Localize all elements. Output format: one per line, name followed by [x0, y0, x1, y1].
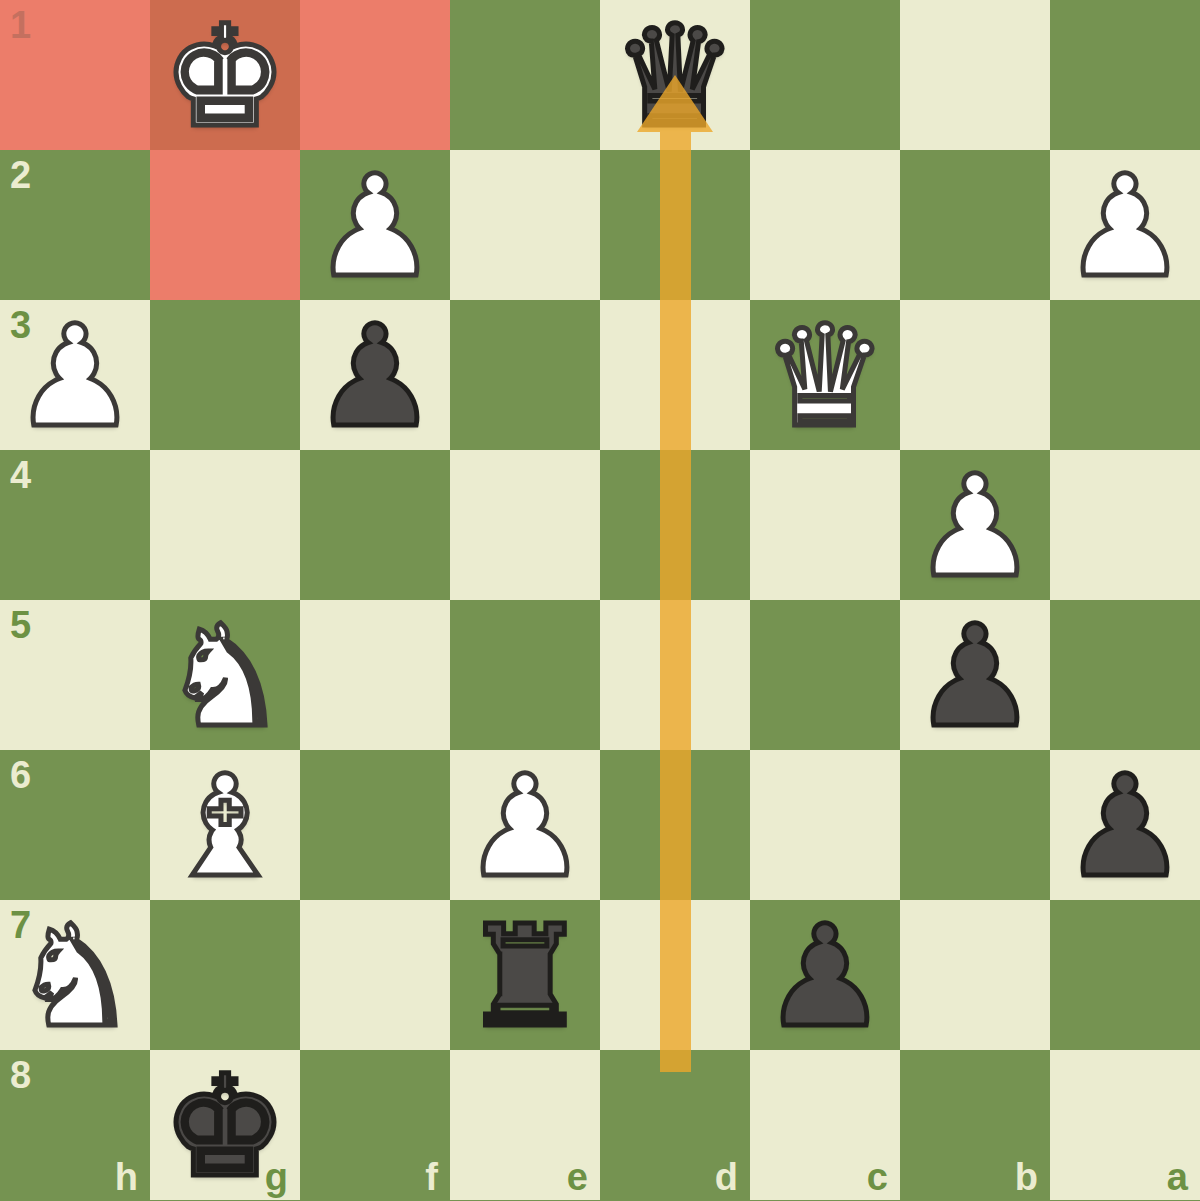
- square-d5[interactable]: [600, 600, 750, 750]
- square-e1[interactable]: [450, 0, 600, 150]
- file-label-a: a: [1167, 1158, 1188, 1196]
- square-b7[interactable]: [900, 900, 1050, 1050]
- white-pawn[interactable]: ♟: [1050, 150, 1200, 300]
- square-c6[interactable]: [750, 750, 900, 900]
- square-f1[interactable]: [300, 0, 450, 150]
- white-pawn[interactable]: ♟: [0, 300, 150, 450]
- square-d8[interactable]: d: [600, 1050, 750, 1200]
- white-queen[interactable]: ♛: [750, 300, 900, 450]
- square-e8[interactable]: e: [450, 1050, 600, 1200]
- white-bishop[interactable]: ♝: [150, 750, 300, 900]
- square-h8[interactable]: 8h: [0, 1050, 150, 1200]
- square-h1[interactable]: 1: [0, 0, 150, 150]
- square-a5[interactable]: [1050, 600, 1200, 750]
- square-a7[interactable]: [1050, 900, 1200, 1050]
- square-f7[interactable]: [300, 900, 450, 1050]
- square-g8[interactable]: g♚: [150, 1050, 300, 1200]
- square-d6[interactable]: [600, 750, 750, 900]
- square-d3[interactable]: [600, 300, 750, 450]
- file-label-h: h: [115, 1158, 138, 1196]
- square-e2[interactable]: [450, 150, 600, 300]
- white-king[interactable]: ♚: [150, 0, 300, 150]
- square-h6[interactable]: 6: [0, 750, 150, 900]
- square-b6[interactable]: [900, 750, 1050, 900]
- square-e6[interactable]: ♟: [450, 750, 600, 900]
- square-b2[interactable]: [900, 150, 1050, 300]
- square-d2[interactable]: [600, 150, 750, 300]
- square-c4[interactable]: [750, 450, 900, 600]
- square-d4[interactable]: [600, 450, 750, 600]
- chess-board: 1♚♛2♟♟3♟♟♛4♟5♞♟6♝♟♟7♞♜♟8hg♚fedcba: [0, 0, 1200, 1200]
- square-b8[interactable]: b: [900, 1050, 1050, 1200]
- square-e7[interactable]: ♜: [450, 900, 600, 1050]
- rank-label-6: 6: [10, 756, 31, 794]
- square-h3[interactable]: 3♟: [0, 300, 150, 450]
- rank-label-5: 5: [10, 606, 31, 644]
- square-a3[interactable]: [1050, 300, 1200, 450]
- file-label-e: e: [567, 1158, 588, 1196]
- square-h7[interactable]: 7♞: [0, 900, 150, 1050]
- white-knight[interactable]: ♞: [150, 600, 300, 750]
- rank-label-1: 1: [10, 6, 31, 44]
- square-g7[interactable]: [150, 900, 300, 1050]
- square-a6[interactable]: ♟: [1050, 750, 1200, 900]
- square-b1[interactable]: [900, 0, 1050, 150]
- black-king[interactable]: ♚: [150, 1050, 300, 1200]
- square-g4[interactable]: [150, 450, 300, 600]
- rank-label-2: 2: [10, 156, 31, 194]
- black-queen[interactable]: ♛: [600, 0, 750, 150]
- square-e3[interactable]: [450, 300, 600, 450]
- square-d7[interactable]: [600, 900, 750, 1050]
- square-f3[interactable]: ♟: [300, 300, 450, 450]
- square-e5[interactable]: [450, 600, 600, 750]
- square-h4[interactable]: 4: [0, 450, 150, 600]
- rank-label-8: 8: [10, 1056, 31, 1094]
- square-g5[interactable]: ♞: [150, 600, 300, 750]
- file-label-c: c: [867, 1158, 888, 1196]
- black-pawn[interactable]: ♟: [1050, 750, 1200, 900]
- square-a4[interactable]: [1050, 450, 1200, 600]
- square-f4[interactable]: [300, 450, 450, 600]
- square-g6[interactable]: ♝: [150, 750, 300, 900]
- white-pawn[interactable]: ♟: [900, 450, 1050, 600]
- square-f2[interactable]: ♟: [300, 150, 450, 300]
- white-knight[interactable]: ♞: [0, 900, 150, 1050]
- square-d1[interactable]: ♛: [600, 0, 750, 150]
- square-a8[interactable]: a: [1050, 1050, 1200, 1200]
- square-c2[interactable]: [750, 150, 900, 300]
- square-e4[interactable]: [450, 450, 600, 600]
- white-pawn[interactable]: ♟: [450, 750, 600, 900]
- square-c3[interactable]: ♛: [750, 300, 900, 450]
- square-f6[interactable]: [300, 750, 450, 900]
- square-b5[interactable]: ♟: [900, 600, 1050, 750]
- square-h5[interactable]: 5: [0, 600, 150, 750]
- file-label-b: b: [1015, 1158, 1038, 1196]
- square-g1[interactable]: ♚: [150, 0, 300, 150]
- square-f5[interactable]: [300, 600, 450, 750]
- white-pawn[interactable]: ♟: [300, 150, 450, 300]
- square-c8[interactable]: c: [750, 1050, 900, 1200]
- square-h2[interactable]: 2: [0, 150, 150, 300]
- square-c7[interactable]: ♟: [750, 900, 900, 1050]
- square-b4[interactable]: ♟: [900, 450, 1050, 600]
- black-pawn[interactable]: ♟: [750, 900, 900, 1050]
- file-label-d: d: [715, 1158, 738, 1196]
- rank-label-4: 4: [10, 456, 31, 494]
- square-f8[interactable]: f: [300, 1050, 450, 1200]
- square-c5[interactable]: [750, 600, 900, 750]
- square-a1[interactable]: [1050, 0, 1200, 150]
- square-a2[interactable]: ♟: [1050, 150, 1200, 300]
- file-label-f: f: [425, 1158, 438, 1196]
- black-pawn[interactable]: ♟: [300, 300, 450, 450]
- black-pawn[interactable]: ♟: [900, 600, 1050, 750]
- square-g2[interactable]: [150, 150, 300, 300]
- square-c1[interactable]: [750, 0, 900, 150]
- black-rook[interactable]: ♜: [450, 900, 600, 1050]
- square-g3[interactable]: [150, 300, 300, 450]
- square-b3[interactable]: [900, 300, 1050, 450]
